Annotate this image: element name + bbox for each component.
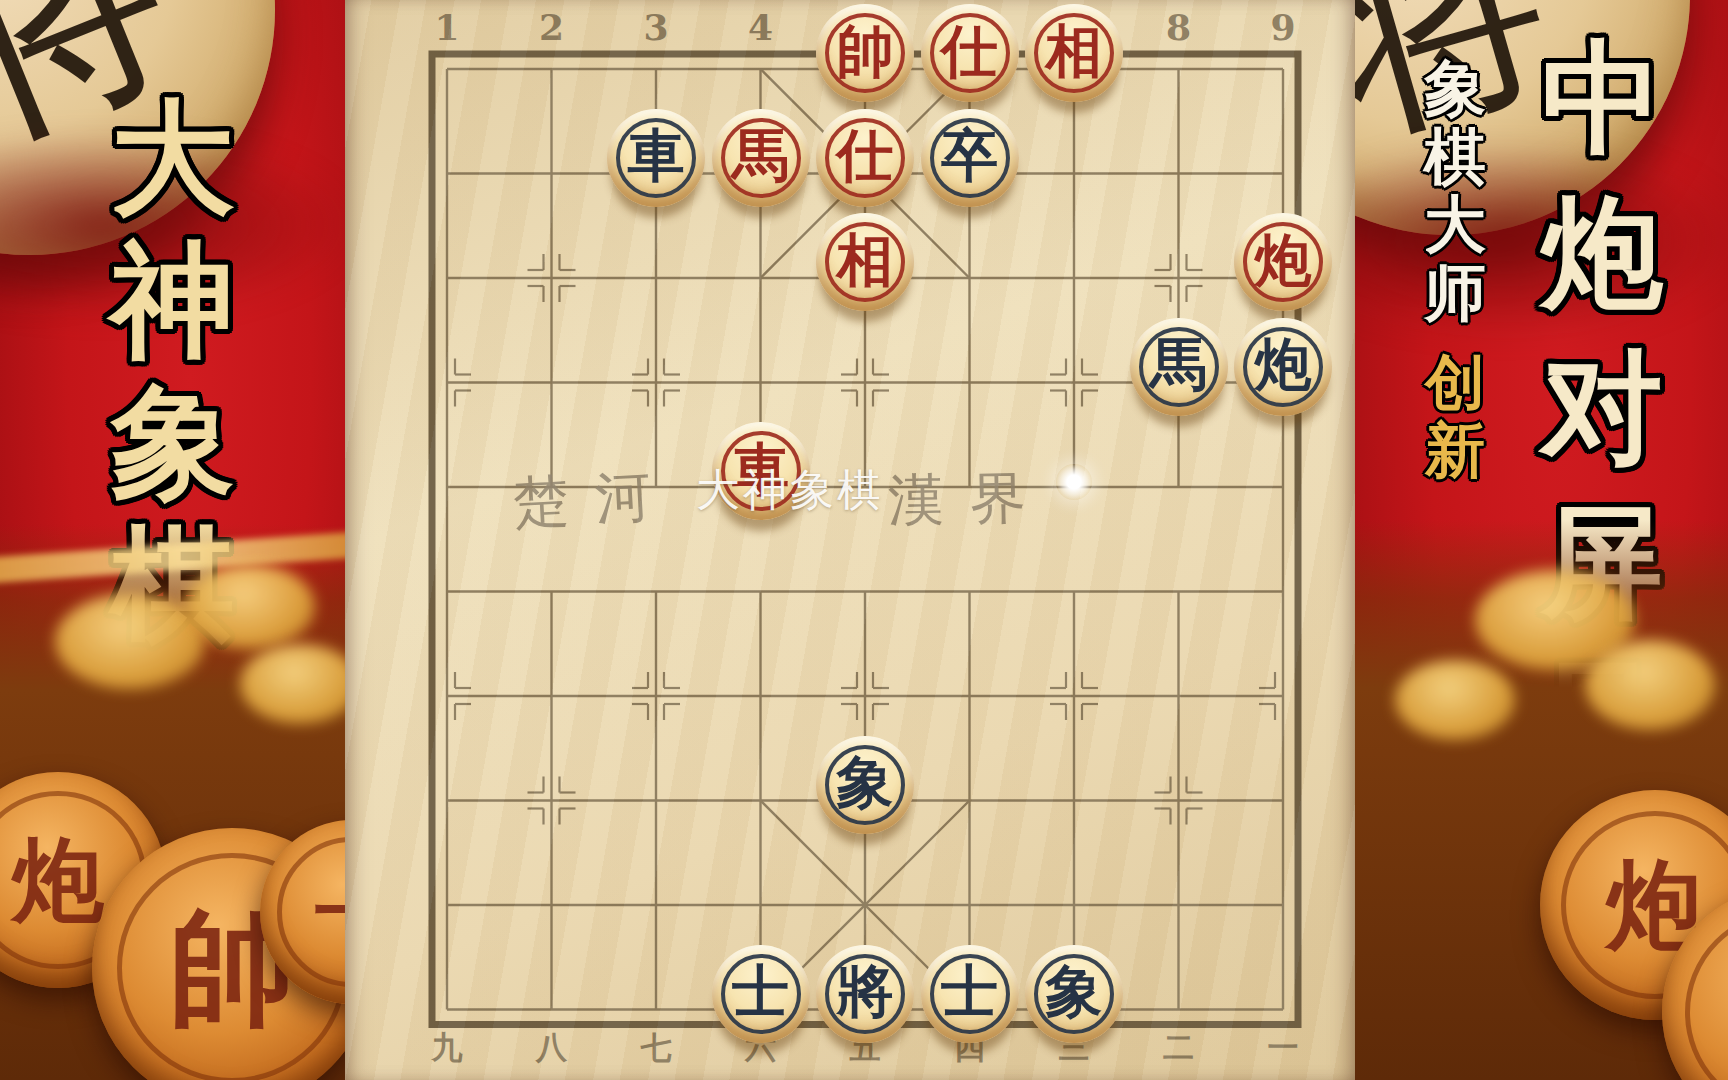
title-char: 创 xyxy=(1425,352,1485,412)
piece-black-advisor[interactable]: 士 xyxy=(712,945,810,1043)
title-char: 棋 xyxy=(1424,126,1486,188)
piece-glyph: 馬 xyxy=(1150,335,1207,392)
file-label-bottom: 八 xyxy=(536,1027,567,1069)
title-char: 神 xyxy=(111,238,235,362)
piece-red-elephant[interactable]: 相 xyxy=(816,213,914,311)
piece-black-advisor[interactable]: 士 xyxy=(921,945,1019,1043)
file-label-top: 3 xyxy=(643,6,668,48)
photo-piece-glyph: 一 xyxy=(313,873,345,951)
highlight-glow xyxy=(1056,464,1092,500)
title-char: 新 xyxy=(1425,420,1485,480)
piece-glyph: 相 xyxy=(837,231,894,288)
piece-black-king[interactable]: 將 xyxy=(816,945,914,1043)
piece-glyph: 帥 xyxy=(837,22,894,79)
piece-glyph: 士 xyxy=(732,962,789,1019)
left-decor-panel: 将 大神象棋 炮帥一 xyxy=(0,0,345,1080)
title-char: 师 xyxy=(1424,262,1486,324)
title-char: 象 xyxy=(1424,58,1486,120)
file-label-top: 1 xyxy=(434,6,459,48)
title-char: 对 xyxy=(1541,346,1663,468)
piece-red-advisor[interactable]: 仕 xyxy=(921,4,1019,102)
piece-glyph: 將 xyxy=(837,962,894,1019)
piece-glyph: 象 xyxy=(1046,962,1103,1019)
title-char: 炮 xyxy=(1541,191,1663,313)
gold-ingot xyxy=(240,644,345,724)
piece-glyph: 卒 xyxy=(941,126,998,183)
file-label-bottom: 九 xyxy=(432,1027,463,1069)
piece-red-horse[interactable]: 馬 xyxy=(712,109,810,207)
piece-glyph: 仕 xyxy=(941,22,998,79)
file-label-top: 8 xyxy=(1166,6,1191,48)
piece-glyph: 仕 xyxy=(837,126,894,183)
title-char: 大 xyxy=(1424,194,1486,256)
piece-red-advisor[interactable]: 仕 xyxy=(816,109,914,207)
piece-glyph: 炮 xyxy=(1255,335,1312,392)
left-bottom-photo: 炮帥一 xyxy=(0,524,345,1080)
piece-black-horse[interactable]: 馬 xyxy=(1130,318,1228,416)
gold-ingot xyxy=(1395,660,1515,740)
xiangqi-board[interactable]: 123456789九八七六五四三二一 楚河 漢界 大神象棋 帥仕相馬仕相炮車車卒… xyxy=(345,0,1355,1080)
piece-red-king[interactable]: 帥 xyxy=(816,4,914,102)
piece-red-elephant[interactable]: 相 xyxy=(1025,4,1123,102)
file-label-top: 4 xyxy=(748,6,773,48)
file-label-bottom: 一 xyxy=(1268,1027,1299,1069)
title-char: 中 xyxy=(1541,36,1663,158)
file-label-bottom: 二 xyxy=(1163,1027,1194,1069)
file-label-top: 2 xyxy=(539,6,564,48)
piece-black-soldier[interactable]: 卒 xyxy=(921,109,1019,207)
piece-glyph: 象 xyxy=(837,753,894,810)
piece-glyph: 車 xyxy=(628,126,685,183)
gold-ingot xyxy=(1585,640,1715,730)
river-label-chu-he: 楚河 xyxy=(511,458,679,542)
title-char: 象 xyxy=(111,380,235,504)
gold-ingot xyxy=(185,564,315,649)
piece-glyph: 士 xyxy=(941,962,998,1019)
xiangqi-video-frame: 将 大神象棋 炮帥一 123456789九八七六五四三二一 楚河 漢界 大神象棋… xyxy=(0,0,1728,1080)
right-decor-panel: 将 象棋大师 创新 中炮对屏风马 炮帥 xyxy=(1355,0,1728,1080)
piece-black-elephant[interactable]: 象 xyxy=(1025,945,1123,1043)
piece-black-chariot[interactable]: 車 xyxy=(607,109,705,207)
piece-glyph: 炮 xyxy=(1255,231,1312,288)
photo-piece-glyph: 炮 xyxy=(12,834,104,926)
river-label-han-jie: 漢界 xyxy=(887,461,1052,540)
piece-glyph: 相 xyxy=(1046,22,1103,79)
file-label-bottom: 七 xyxy=(641,1027,672,1069)
right-subtitle-innovation: 创新 xyxy=(1425,352,1485,480)
watermark: 大神象棋 xyxy=(696,461,884,520)
title-char: 大 xyxy=(111,96,235,220)
right-bottom-photo: 炮帥 xyxy=(1355,520,1728,1080)
gold-ingot xyxy=(55,594,205,689)
piece-red-cannon[interactable]: 炮 xyxy=(1234,213,1332,311)
piece-black-cannon[interactable]: 炮 xyxy=(1234,318,1332,416)
piece-black-elephant[interactable]: 象 xyxy=(816,736,914,834)
piece-glyph: 馬 xyxy=(732,126,789,183)
file-label-top: 9 xyxy=(1270,6,1295,48)
right-subtitle: 象棋大师 xyxy=(1424,58,1486,324)
